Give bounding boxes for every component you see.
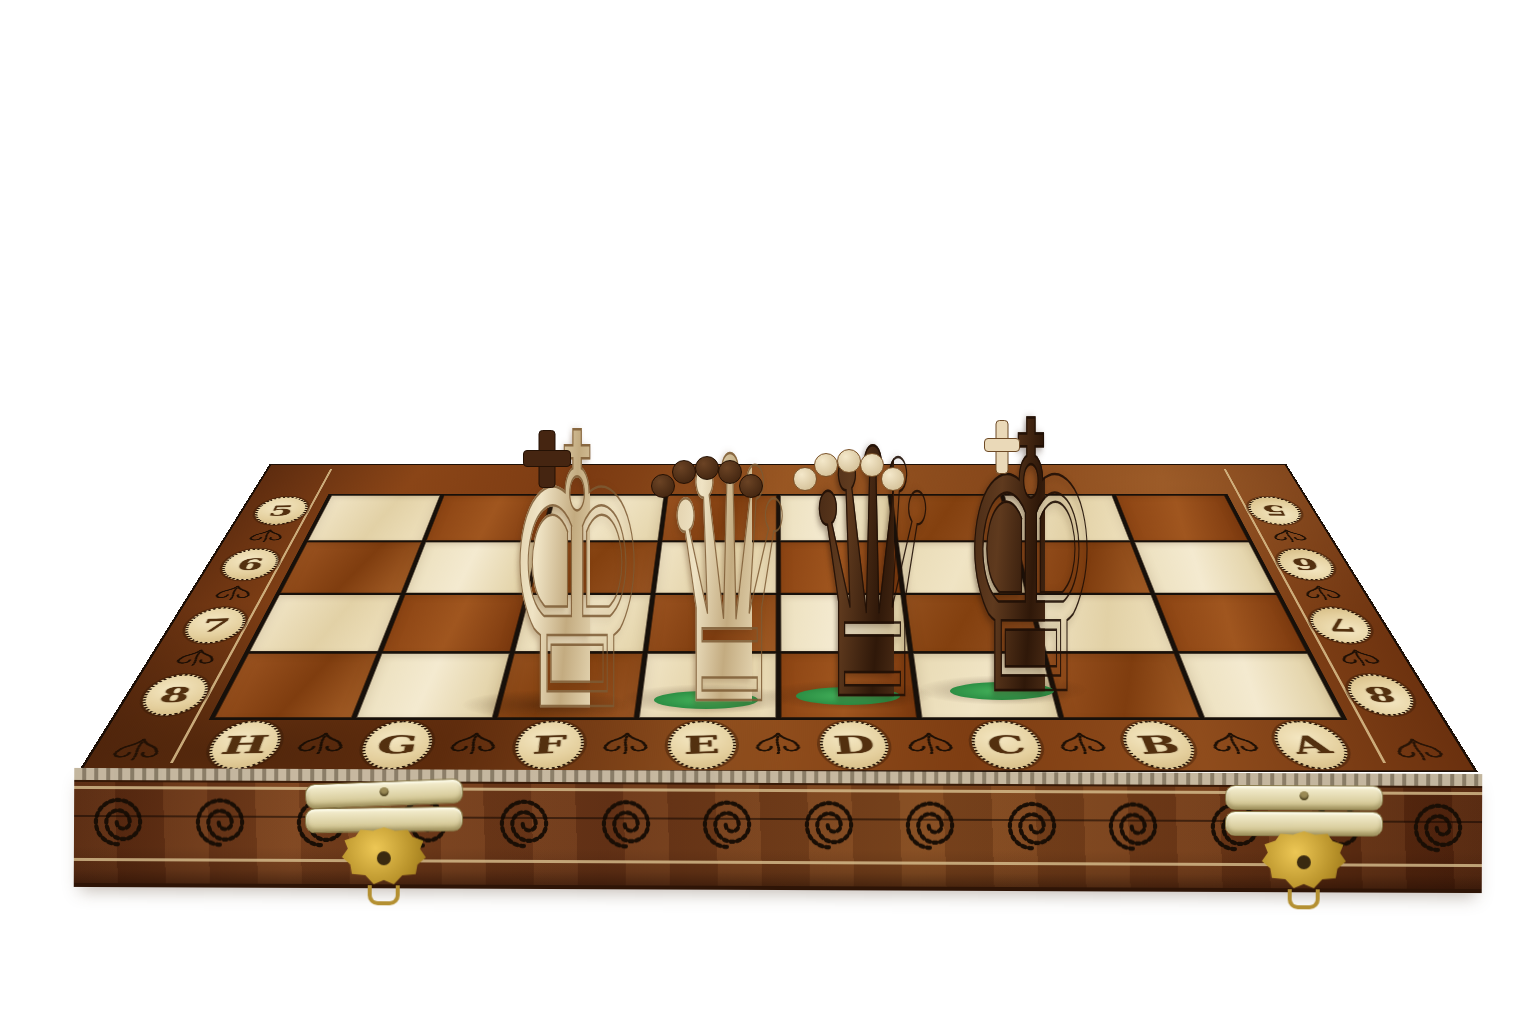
square-a5[interactable]: [1116, 495, 1248, 540]
light-crown-orb: [837, 449, 861, 473]
latch-pendant-hole: [1297, 855, 1311, 869]
rank-label-right-8: 8: [1340, 674, 1423, 716]
scroll-curl-icon: [168, 647, 224, 670]
rank-label-left-8: 8: [134, 674, 216, 717]
scroll-curl-icon: [1266, 528, 1314, 546]
rank-label-left-5: 5: [249, 496, 313, 525]
scroll-curl-icon: [1381, 736, 1458, 767]
rank-label-left-7: 7: [177, 607, 252, 644]
dark-crown-orb: [695, 456, 719, 480]
brass-clasp-icon: [1219, 777, 1390, 908]
rank-label-right-6: 6: [1271, 548, 1341, 581]
file-label-g: G: [356, 720, 437, 770]
piece-white-king-f8[interactable]: ♚: [447, 430, 647, 707]
scroll-curl-icon: [442, 729, 504, 761]
light-crown-orb: [793, 467, 817, 491]
burned-spiral-icon: [92, 796, 144, 852]
scroll-curl-icon: [1332, 647, 1388, 670]
square-h7[interactable]: [250, 595, 401, 652]
brass-clasp-icon: [299, 773, 470, 904]
dark-crown-orb: [739, 474, 763, 498]
latch-pendant-hole: [377, 851, 391, 865]
scroll-curl-icon: [1381, 736, 1458, 767]
scroll-curl-icon: [99, 736, 176, 767]
scroll-curl-icon: [207, 584, 259, 604]
dark-cross-finial: [447, 430, 647, 510]
rank-label-right-5: 5: [1243, 496, 1308, 525]
scene: HGFEDCBA 5678 5678: [0, 0, 1536, 1024]
burned-spiral-icon: [1107, 800, 1159, 856]
light-cross-finial: [902, 420, 1102, 500]
burned-spiral-icon: [1006, 800, 1058, 856]
latch-hook: [368, 885, 400, 905]
burned-spiral-icon: [600, 798, 652, 854]
scroll-curl-icon: [1297, 584, 1349, 604]
burned-spiral-icon: [498, 798, 550, 854]
rank-label-right-7: 7: [1303, 607, 1379, 644]
file-label-h: H: [200, 720, 288, 770]
light-crown-orb: [860, 453, 884, 477]
box-front-face: [74, 768, 1483, 893]
light-crown-orb: [814, 453, 838, 477]
burned-spiral-icon: [193, 796, 245, 852]
scroll-curl-icon: [242, 528, 290, 546]
dark-crown-orb: [651, 474, 675, 498]
burned-spiral-icon: [1412, 802, 1464, 858]
dark-crown-orb: [672, 460, 696, 484]
square-h5[interactable]: [308, 495, 440, 540]
file-label-a: A: [1264, 720, 1360, 770]
dark-crown-orb: [718, 460, 742, 484]
file-label-b: B: [1115, 720, 1204, 770]
square-h6[interactable]: [280, 542, 421, 592]
scroll-curl-icon: [99, 736, 176, 767]
burned-spiral-icon: [904, 800, 956, 856]
latch-hook: [1288, 889, 1320, 909]
latch-screw: [380, 787, 389, 796]
square-h8[interactable]: [215, 653, 377, 717]
burned-spiral-icon: [803, 799, 855, 855]
square-a7[interactable]: [1156, 595, 1307, 652]
burned-spiral-icon: [701, 799, 753, 855]
rank-label-left-6: 6: [216, 548, 285, 581]
chess-box: HGFEDCBA 5678 5678: [0, 0, 1536, 1024]
latch-screw: [1300, 791, 1309, 800]
square-a6[interactable]: [1135, 542, 1276, 592]
